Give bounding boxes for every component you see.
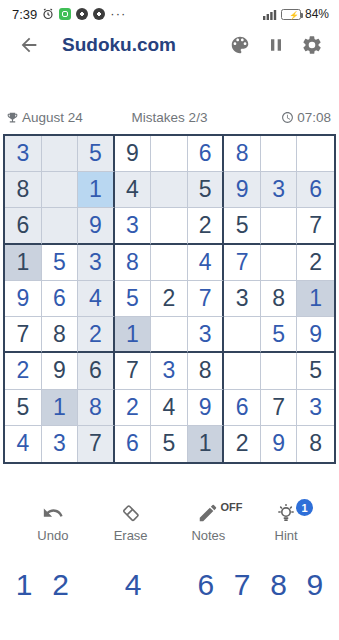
cell-r3c2[interactable] <box>42 208 79 244</box>
cell-r5c2[interactable]: 6 <box>42 281 79 317</box>
cell-r6c3[interactable]: 2 <box>78 317 115 353</box>
shutter-icon <box>76 8 88 20</box>
cell-r4c9[interactable]: 2 <box>297 245 334 281</box>
cell-r2c1[interactable]: 8 <box>5 172 42 208</box>
cell-r3c7[interactable]: 5 <box>224 208 261 244</box>
cell-r5c3[interactable]: 4 <box>78 281 115 317</box>
cell-r5c9[interactable]: 1 <box>297 281 334 317</box>
cell-r9c3[interactable]: 7 <box>78 426 115 462</box>
cell-r8c5[interactable]: 4 <box>151 390 188 426</box>
status-bar: 7:39 ··· ⚡ 84% <box>0 0 339 24</box>
cell-r8c9[interactable]: 3 <box>297 390 334 426</box>
lightbulb-icon <box>274 502 298 524</box>
cell-r2c8[interactable]: 3 <box>261 172 298 208</box>
cell-r1c8[interactable] <box>261 136 298 172</box>
cell-r1c1[interactable]: 3 <box>5 136 42 172</box>
cell-r6c4[interactable]: 1 <box>115 317 152 353</box>
notes-button[interactable]: OFF Notes <box>170 502 248 543</box>
cell-r7c5[interactable]: 3 <box>151 353 188 389</box>
cell-r6c5[interactable] <box>151 317 188 353</box>
cell-r8c6[interactable]: 9 <box>188 390 225 426</box>
clock-time: 7:39 <box>12 7 37 22</box>
cell-r3c1[interactable]: 6 <box>5 208 42 244</box>
hint-count-badge: 1 <box>296 499 313 516</box>
cell-r8c8[interactable]: 7 <box>261 390 298 426</box>
cell-r7c9[interactable]: 5 <box>297 353 334 389</box>
toolbar: Undo Erase OFF Notes 1 <box>0 502 339 543</box>
cell-r1c5[interactable] <box>151 136 188 172</box>
undo-label: Undo <box>37 528 68 543</box>
timer-clock-icon <box>281 111 294 124</box>
cell-r1c4[interactable]: 9 <box>115 136 152 172</box>
cell-r3c9[interactable]: 7 <box>297 208 334 244</box>
cell-r5c1[interactable]: 9 <box>5 281 42 317</box>
more-notifications-icon: ··· <box>110 9 126 19</box>
cell-r4c4[interactable]: 8 <box>115 245 152 281</box>
cell-r5c5[interactable]: 2 <box>151 281 188 317</box>
cell-r5c4[interactable]: 5 <box>115 281 152 317</box>
cell-r3c3[interactable]: 9 <box>78 208 115 244</box>
cell-r2c6[interactable]: 5 <box>188 172 225 208</box>
cell-r3c5[interactable] <box>151 208 188 244</box>
app-notification-icon <box>59 8 71 20</box>
eraser-icon <box>119 502 143 524</box>
cell-r4c1[interactable]: 1 <box>5 245 42 281</box>
shutter-icon <box>93 8 105 20</box>
numpad-2[interactable]: 2 <box>42 563 78 607</box>
numpad-8[interactable]: 8 <box>260 563 296 607</box>
cell-r6c8[interactable]: 5 <box>261 317 298 353</box>
numpad-9[interactable]: 9 <box>297 563 333 607</box>
hint-label: Hint <box>275 528 298 543</box>
settings-gear-icon[interactable] <box>297 30 327 60</box>
cell-r9c1[interactable]: 4 <box>5 426 42 462</box>
undo-button[interactable]: Undo <box>14 502 92 543</box>
signal-icon <box>263 9 277 20</box>
cell-r9c8[interactable]: 9 <box>261 426 298 462</box>
hint-button[interactable]: 1 Hint <box>247 502 325 543</box>
battery-icon: ⚡ <box>281 9 301 20</box>
notes-off-badge: OFF <box>220 501 242 513</box>
cell-r6c2[interactable]: 8 <box>42 317 79 353</box>
back-icon[interactable] <box>14 30 44 60</box>
cell-r9c7[interactable]: 2 <box>224 426 261 462</box>
cell-r1c9[interactable] <box>297 136 334 172</box>
cell-r1c7[interactable]: 8 <box>224 136 261 172</box>
cell-r6c7[interactable] <box>224 317 261 353</box>
cell-r9c5[interactable]: 5 <box>151 426 188 462</box>
pause-icon[interactable] <box>261 30 291 60</box>
cell-r2c5[interactable] <box>151 172 188 208</box>
cell-r5c8[interactable]: 8 <box>261 281 298 317</box>
cell-r2c3[interactable]: 1 <box>78 172 115 208</box>
cell-r3c6[interactable]: 2 <box>188 208 225 244</box>
cell-r1c3[interactable]: 5 <box>78 136 115 172</box>
alarm-icon <box>42 8 54 20</box>
cell-r4c3[interactable]: 3 <box>78 245 115 281</box>
cell-r6c9[interactable]: 9 <box>297 317 334 353</box>
cell-r2c2[interactable] <box>42 172 79 208</box>
cell-r7c6[interactable]: 8 <box>188 353 225 389</box>
game-timer: 07:08 <box>281 110 331 125</box>
cell-r9c6[interactable]: 1 <box>188 426 225 462</box>
cell-r4c6[interactable]: 4 <box>188 245 225 281</box>
undo-icon <box>41 502 65 524</box>
cell-r2c9[interactable]: 6 <box>297 172 334 208</box>
cell-r7c8[interactable] <box>261 353 298 389</box>
cell-r2c4[interactable]: 4 <box>115 172 152 208</box>
cell-r8c7[interactable]: 6 <box>224 390 261 426</box>
erase-label: Erase <box>114 528 148 543</box>
cell-r7c4[interactable]: 7 <box>115 353 152 389</box>
sudoku-board: 3596881459366932571538472964527381782135… <box>3 134 336 464</box>
cell-r1c6[interactable]: 6 <box>188 136 225 172</box>
timer-value: 07:08 <box>297 110 331 125</box>
cell-r4c5[interactable] <box>151 245 188 281</box>
cell-r9c4[interactable]: 6 <box>115 426 152 462</box>
numpad-empty-3 <box>79 563 115 607</box>
cell-r5c7[interactable]: 3 <box>224 281 261 317</box>
cell-r5c6[interactable]: 7 <box>188 281 225 317</box>
cell-r4c7[interactable]: 7 <box>224 245 261 281</box>
cell-r6c6[interactable]: 3 <box>188 317 225 353</box>
notes-label: Notes <box>191 528 225 543</box>
battery-percent: 84% <box>305 7 329 21</box>
cell-r8c4[interactable]: 2 <box>115 390 152 426</box>
cell-r9c9[interactable]: 8 <box>297 426 334 462</box>
challenge-date: August 24 <box>22 110 83 125</box>
info-bar: August 24 Mistakes 2/3 07:08 <box>0 106 339 128</box>
cell-r3c4[interactable]: 3 <box>115 208 152 244</box>
numpad-6[interactable]: 6 <box>188 563 224 607</box>
cell-r7c7[interactable] <box>224 353 261 389</box>
cell-r8c2[interactable]: 1 <box>42 390 79 426</box>
pencil-icon <box>197 502 219 524</box>
page-title: Sudoku.com <box>62 34 176 56</box>
trophy-icon <box>6 111 19 124</box>
cell-r7c1[interactable]: 2 <box>5 353 42 389</box>
erase-button[interactable]: Erase <box>92 502 170 543</box>
cell-r1c2[interactable] <box>42 136 79 172</box>
cell-r8c1[interactable]: 5 <box>5 390 42 426</box>
cell-r9c2[interactable]: 3 <box>42 426 79 462</box>
numpad-4[interactable]: 4 <box>115 563 151 607</box>
numpad-empty-5 <box>151 563 187 607</box>
numpad-1[interactable]: 1 <box>6 563 42 607</box>
cell-r7c2[interactable]: 9 <box>42 353 79 389</box>
cell-r4c8[interactable] <box>261 245 298 281</box>
cell-r3c8[interactable] <box>261 208 298 244</box>
cell-r4c2[interactable]: 5 <box>42 245 79 281</box>
cell-r6c1[interactable]: 7 <box>5 317 42 353</box>
cell-r7c3[interactable]: 6 <box>78 353 115 389</box>
numpad-7[interactable]: 7 <box>224 563 260 607</box>
number-pad: 1246789 <box>0 563 339 607</box>
cell-r2c7[interactable]: 9 <box>224 172 261 208</box>
theme-palette-icon[interactable] <box>225 30 255 60</box>
cell-r8c3[interactable]: 8 <box>78 390 115 426</box>
app-bar: Sudoku.com <box>0 26 339 64</box>
daily-challenge: August 24 <box>6 110 83 125</box>
